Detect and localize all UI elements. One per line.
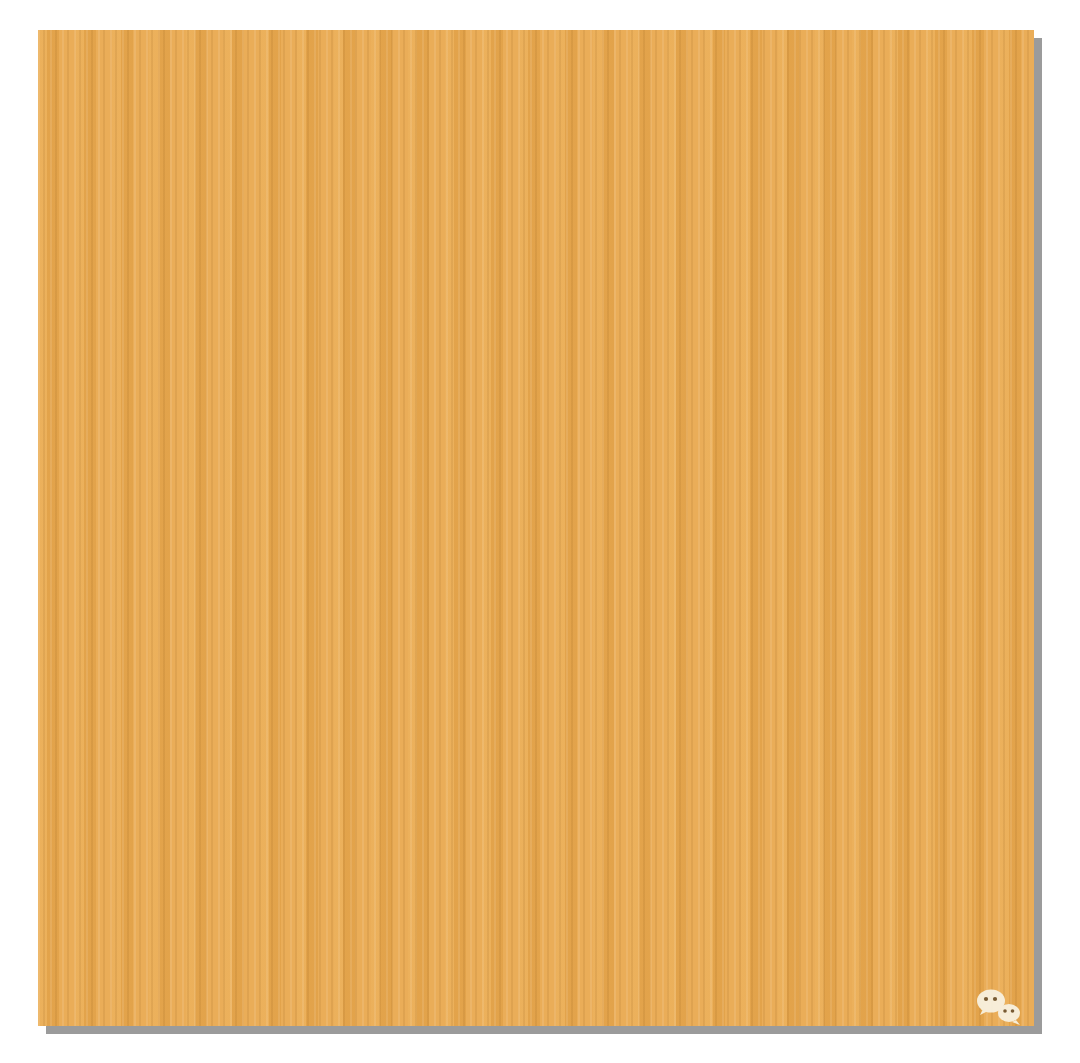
watermark <box>975 988 1030 1026</box>
wechat-icon <box>975 988 1025 1026</box>
stones-layer <box>42 34 1030 1022</box>
go-board[interactable] <box>38 30 1034 1026</box>
page <box>0 0 1080 1063</box>
